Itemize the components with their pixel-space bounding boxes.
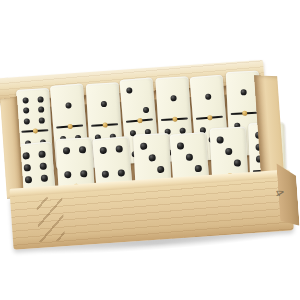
pip <box>101 171 109 179</box>
domino-half-6-pips <box>16 88 51 131</box>
pip <box>216 136 223 143</box>
domino-half-3-pips <box>209 127 247 176</box>
wooden-box: 4 <box>0 0 300 300</box>
pip <box>40 163 48 171</box>
pip <box>38 107 44 113</box>
domino-half-1-pips <box>190 75 226 118</box>
pip <box>225 148 232 155</box>
pip <box>139 143 146 150</box>
pip <box>100 101 106 107</box>
domino-half-4-pips <box>92 136 132 186</box>
pip <box>39 117 45 123</box>
corner-finger-joints <box>36 196 65 242</box>
pip <box>99 147 107 155</box>
pip <box>157 166 164 173</box>
pip <box>24 118 30 124</box>
pip <box>23 164 31 172</box>
pip <box>79 146 86 153</box>
domino-half-3-pips <box>133 133 171 181</box>
pip <box>22 97 28 103</box>
pip <box>186 154 194 162</box>
pip <box>118 170 126 178</box>
domino-half-3-pips <box>170 132 210 181</box>
pip <box>22 152 30 160</box>
pip <box>176 142 184 150</box>
domino-half-4-pips <box>55 137 93 186</box>
pip <box>65 103 71 109</box>
pip <box>148 155 155 162</box>
pip <box>205 94 211 100</box>
pip <box>24 176 32 184</box>
pip <box>39 151 47 159</box>
product-photo-domino-box: 4 <box>0 0 300 300</box>
domino-half-1-pips <box>86 82 121 125</box>
domino-half-2-pips <box>119 77 155 120</box>
pip <box>62 147 69 154</box>
pip <box>41 175 49 183</box>
pip <box>80 171 87 178</box>
pip <box>170 95 176 101</box>
pip <box>63 171 70 178</box>
domino-half-1-pips <box>50 83 86 126</box>
pip <box>126 87 132 93</box>
pip <box>23 107 29 113</box>
pip <box>143 107 149 113</box>
pip <box>240 89 246 95</box>
pip <box>38 96 44 102</box>
domino-half-1-pips <box>155 76 190 119</box>
pip <box>233 160 240 167</box>
pip <box>195 165 203 173</box>
pip <box>116 145 124 153</box>
